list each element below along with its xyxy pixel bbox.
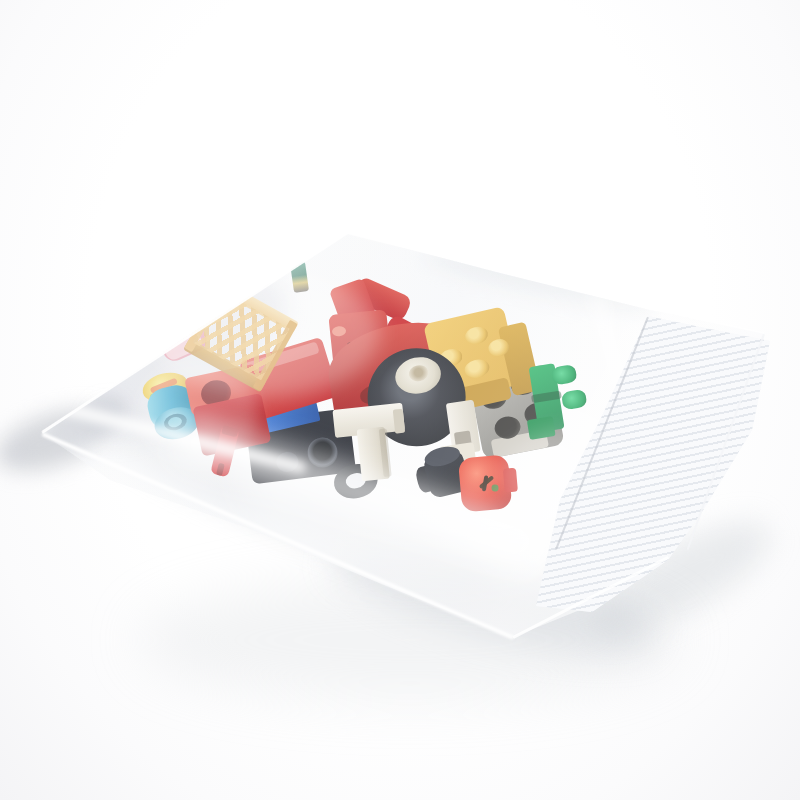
pin-slit — [216, 463, 225, 476]
head-stud — [503, 468, 518, 493]
pink-highlight — [150, 298, 182, 324]
green-bracket-with-studs — [516, 356, 588, 444]
product-photo-scene — [0, 0, 800, 800]
white-cone-piece — [252, 259, 276, 288]
green-lower-tab — [527, 416, 556, 440]
white-t-piece — [332, 400, 414, 483]
green-stud-1 — [551, 364, 578, 386]
green-stud-2 — [561, 389, 588, 411]
t-bar-end-face — [393, 409, 405, 434]
trans-red-minifig-head — [457, 450, 520, 515]
